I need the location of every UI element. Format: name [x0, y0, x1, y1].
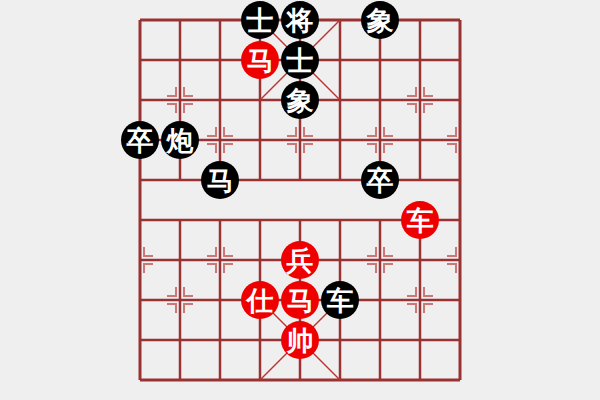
red-general[interactable]: 帅: [281, 321, 319, 359]
black-elephant[interactable]: 象: [281, 81, 319, 119]
black-horse[interactable]: 马: [201, 161, 239, 199]
red-pawn[interactable]: 兵: [281, 241, 319, 279]
black-elephant[interactable]: 象: [361, 1, 399, 39]
black-pawn[interactable]: 卒: [121, 121, 159, 159]
black-general[interactable]: 将: [281, 1, 319, 39]
black-pawn[interactable]: 卒: [361, 161, 399, 199]
black-advisor[interactable]: 士: [241, 1, 279, 39]
red-advisor[interactable]: 仕: [241, 281, 279, 319]
xiangqi-board: 士将象马士象卒炮马卒车兵仕马车帅: [0, 0, 600, 400]
black-advisor[interactable]: 士: [281, 41, 319, 79]
red-horse[interactable]: 马: [241, 41, 279, 79]
board-grid: 士将象马士象卒炮马卒车兵仕马车帅: [120, 0, 480, 400]
black-chariot[interactable]: 车: [321, 281, 359, 319]
red-horse[interactable]: 马: [281, 281, 319, 319]
black-cannon[interactable]: 炮: [161, 121, 199, 159]
red-chariot[interactable]: 车: [401, 201, 439, 239]
